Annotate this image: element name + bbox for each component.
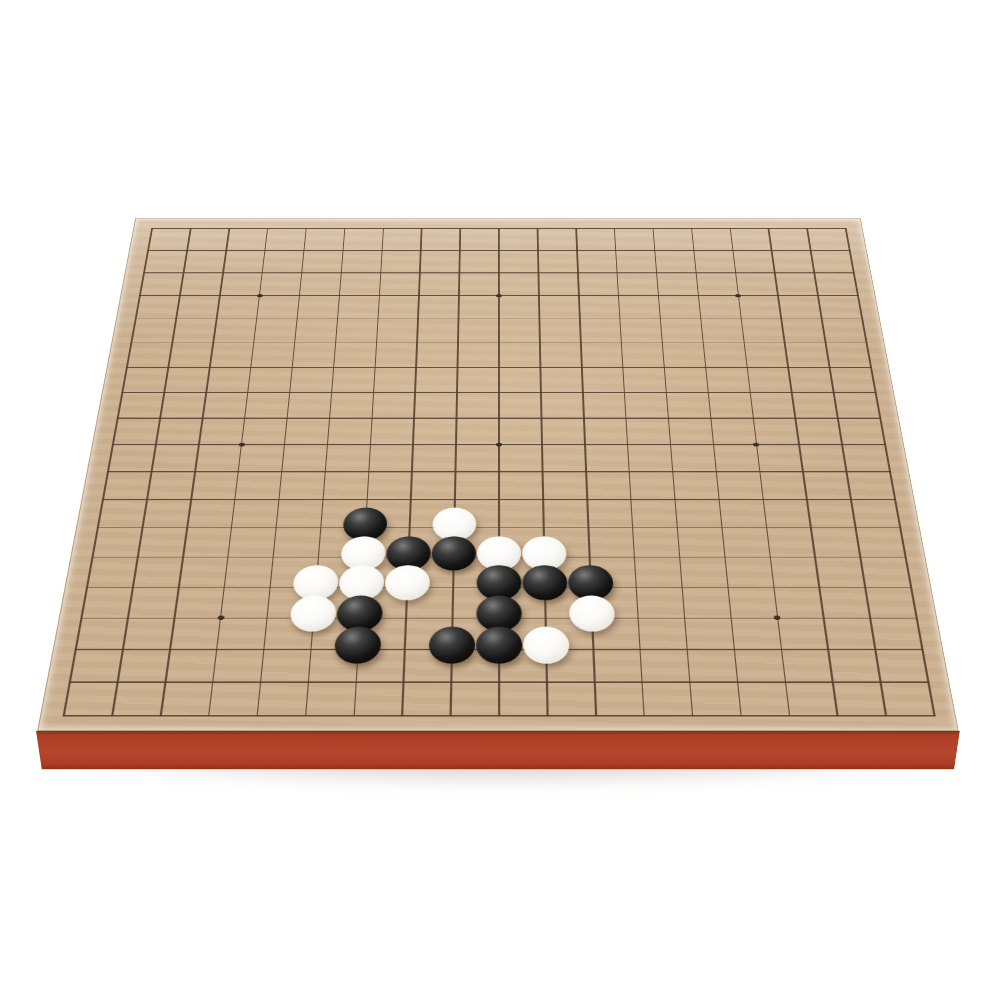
grid-line-vertical: [537, 228, 549, 716]
grid-line-horizontal: [80, 617, 917, 618]
grid-line-horizontal: [86, 587, 912, 588]
grid-line-vertical: [652, 228, 693, 716]
star-point: [238, 443, 244, 447]
white-stone: [338, 566, 385, 601]
black-stone: [522, 566, 567, 601]
star-point: [217, 616, 224, 620]
white-stone: [384, 566, 430, 601]
grid-line-vertical: [256, 228, 307, 716]
black-stone: [334, 627, 382, 664]
grid-line-horizontal: [107, 471, 891, 472]
star-point: [496, 616, 502, 620]
board-side-red: [36, 731, 960, 770]
black-stone: [568, 566, 614, 601]
black-stone: [386, 536, 432, 570]
black-stone: [477, 566, 522, 601]
grid-line-vertical: [353, 228, 384, 716]
grid-line-vertical: [63, 228, 153, 716]
white-stone: [477, 536, 521, 570]
star-point: [735, 294, 741, 297]
white-stone: [340, 536, 386, 570]
grid-line-horizontal: [97, 527, 901, 528]
grid-line-horizontal: [102, 499, 896, 500]
white-stone: [568, 596, 615, 632]
grid-line-vertical: [691, 228, 742, 716]
grid-line-vertical: [208, 228, 269, 716]
white-stone: [432, 507, 476, 540]
black-stone: [429, 627, 476, 664]
grid-line-horizontal: [63, 715, 936, 716]
white-stone: [290, 596, 338, 632]
grid-line-vertical: [575, 228, 597, 716]
star-point: [774, 616, 781, 620]
grid-line-vertical: [159, 228, 229, 716]
black-stone: [476, 627, 522, 664]
star-point: [753, 443, 759, 447]
grid-line-vertical: [450, 228, 461, 716]
product-photo-canvas: [0, 0, 1000, 1000]
grid-line-horizontal: [112, 444, 886, 445]
grid-line-horizontal: [69, 682, 930, 683]
star-point: [257, 294, 263, 297]
grid-line-vertical: [614, 228, 645, 716]
board-top-surface: [37, 218, 959, 731]
grid-line-vertical: [729, 228, 790, 716]
grid-line-horizontal: [92, 557, 907, 558]
black-stone: [343, 507, 389, 540]
white-stone: [523, 627, 570, 664]
black-stone: [336, 596, 384, 632]
grid-line-vertical: [401, 228, 422, 716]
grid-line-vertical: [111, 228, 191, 716]
black-stone: [476, 596, 522, 632]
white-stone: [292, 566, 340, 601]
black-stone: [431, 536, 476, 570]
grid-line-horizontal: [75, 649, 924, 650]
star-point: [496, 443, 502, 447]
grid-line-vertical: [768, 228, 839, 716]
grid-line-vertical: [845, 228, 936, 716]
go-board: [37, 218, 959, 731]
grid-line-vertical: [498, 228, 500, 716]
white-stone: [522, 536, 567, 570]
star-point: [496, 294, 502, 297]
grid-line-vertical: [806, 228, 887, 716]
grid-line-vertical: [305, 228, 346, 716]
